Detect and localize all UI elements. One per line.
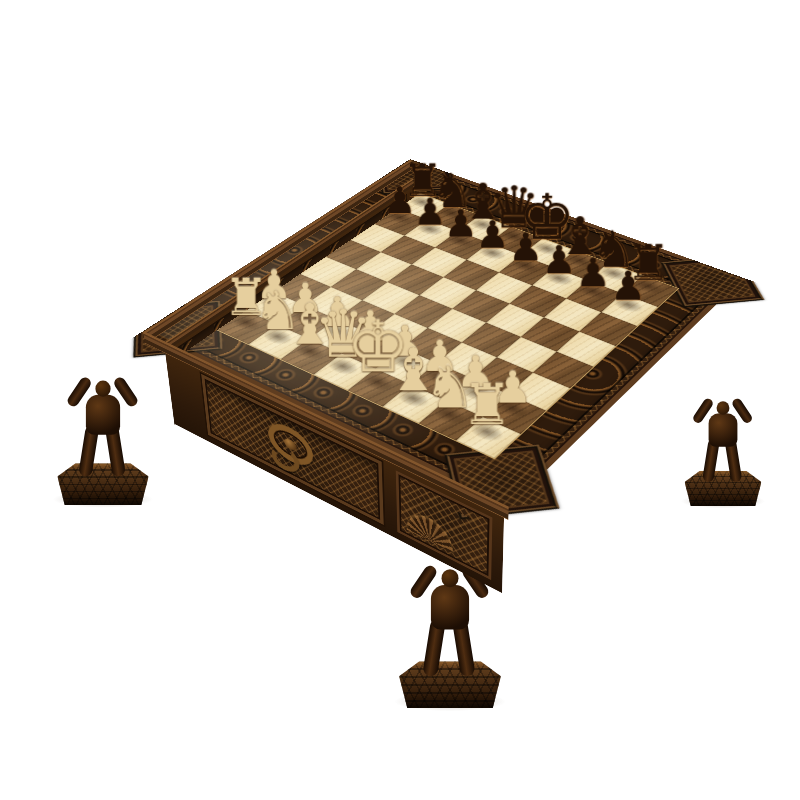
corner-medallion-back — [374, 153, 456, 194]
piece-glyph: ♟ — [594, 229, 664, 305]
chess-table-scene: ♜♞♝♛♚♝♞♜♟♟♟♟♟♟♟♟♟♟♟♟♟♟♟♟♜♞♝♛♚♝♞♜ — [0, 0, 800, 800]
piece-glyph: ♜ — [448, 346, 527, 432]
fan-shell-carving — [406, 507, 453, 554]
chess-table: ♜♞♝♛♚♝♞♜♟♟♟♟♟♟♟♟♟♟♟♟♟♟♟♟♜♞♝♛♚♝♞♜ — [142, 159, 743, 507]
